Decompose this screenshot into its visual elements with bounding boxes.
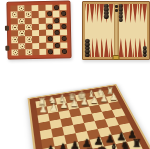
checkers-piece-dark xyxy=(54,18,59,23)
checkers-piece-light xyxy=(12,12,17,17)
chess-board-panel: ♜♞♝♛♚♝♞♜♟♟♟♟♟♟♟♟♟♟♟♟♟♟♟♟♜♞♝♛♚♝♞♜ xyxy=(22,55,150,149)
backgammon-top-row xyxy=(119,4,148,23)
checkers-piece-dark xyxy=(61,11,66,16)
chess-square xyxy=(81,114,94,123)
backgammon-field xyxy=(85,4,147,57)
hinge-icon xyxy=(115,9,118,12)
backgammon-top-row xyxy=(85,4,114,23)
checkers-piece-light xyxy=(26,37,31,42)
hinge-icon xyxy=(115,5,118,8)
chess-piece-light-p: ♟ xyxy=(47,102,58,112)
checkers-piece-light xyxy=(26,25,31,30)
chess-piece-light-p: ♟ xyxy=(37,103,49,114)
checkers-piece-dark xyxy=(53,5,58,10)
chess-piece-light-p: ♟ xyxy=(78,97,89,107)
backgammon-half xyxy=(119,4,148,57)
chess-piece-light-p: ♟ xyxy=(58,100,69,110)
chess-piece-dark-p: ♟ xyxy=(68,140,81,149)
checkers-board xyxy=(6,0,71,59)
checkers-piece-dark xyxy=(47,12,52,17)
checkers-piece-light xyxy=(26,12,31,17)
checkers-piece-dark xyxy=(54,43,59,48)
checkers-piece-dark xyxy=(61,36,66,41)
backgammon-point xyxy=(142,4,147,23)
chess-piece-dark-p: ♟ xyxy=(56,142,69,149)
hinge-icon xyxy=(5,46,9,51)
checkers-piece-dark xyxy=(54,30,59,35)
chess-piece-light-p: ♟ xyxy=(68,98,79,108)
chess-square: ♟ xyxy=(43,147,57,149)
hinge-icon xyxy=(5,26,9,31)
chess-grid: ♜♞♝♛♚♝♞♜♟♟♟♟♟♟♟♟♟♟♟♟♟♟♟♟♜♞♝♛♚♝♞♜ xyxy=(35,89,142,149)
chess-square xyxy=(71,115,84,125)
checkers-piece-light xyxy=(18,6,23,11)
checkers-piece-light xyxy=(19,43,24,48)
chess-square xyxy=(73,123,86,133)
checkers-piece-dark xyxy=(47,37,52,42)
backgammon-point-triangle xyxy=(142,4,147,23)
chess-board: ♜♞♝♛♚♝♞♜♟♟♟♟♟♟♟♟♟♟♟♟♟♟♟♟♜♞♝♛♚♝♞♜ xyxy=(28,84,150,149)
checkers-grid xyxy=(10,4,67,55)
checkers-piece-light xyxy=(12,25,17,30)
checkers-piece-light xyxy=(12,37,17,42)
checkers-piece-light xyxy=(19,18,24,23)
product-photo-scene: ♜♞♝♛♚♝♞♜♟♟♟♟♟♟♟♟♟♟♟♟♟♟♟♟♜♞♝♛♚♝♞♜ xyxy=(0,0,150,149)
checkers-piece-light xyxy=(26,50,31,55)
backgammon-half xyxy=(85,4,114,57)
chess-square xyxy=(115,115,129,125)
checkers-square xyxy=(60,48,67,54)
checkers-piece-dark xyxy=(47,49,52,54)
chess-piece-dark-p: ♟ xyxy=(43,144,57,149)
checkers-piece-dark xyxy=(61,24,66,29)
backgammon-board xyxy=(82,1,150,60)
checkers-piece-dark xyxy=(47,24,52,29)
checkers-piece-dark xyxy=(61,49,66,54)
checkers-piece-light xyxy=(12,50,17,55)
checkers-piece-light xyxy=(19,31,24,36)
